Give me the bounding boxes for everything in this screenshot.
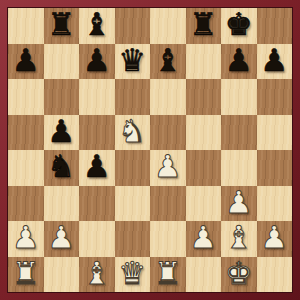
piece-white-pawn[interactable]: ♟ xyxy=(12,222,40,253)
square-b6[interactable] xyxy=(44,79,80,115)
piece-black-bishop[interactable]: ♝ xyxy=(83,9,111,40)
square-d8[interactable] xyxy=(115,8,151,44)
piece-black-pawn[interactable]: ♟ xyxy=(260,45,288,76)
square-e7[interactable]: ♝ xyxy=(150,44,186,80)
square-g7[interactable]: ♟ xyxy=(221,44,257,80)
square-d2[interactable] xyxy=(115,221,151,257)
square-e4[interactable]: ♟ xyxy=(150,150,186,186)
chess-board: ♜♝♜♚♟♟♛♝♟♟♟♞♞♟♟♟♟♟♟♝♟♜♝♛♜♚ xyxy=(8,8,292,292)
square-g5[interactable] xyxy=(221,115,257,151)
square-g4[interactable] xyxy=(221,150,257,186)
square-c4[interactable]: ♟ xyxy=(79,150,115,186)
square-h7[interactable]: ♟ xyxy=(257,44,293,80)
piece-black-bishop[interactable]: ♝ xyxy=(154,45,182,76)
square-h6[interactable] xyxy=(257,79,293,115)
piece-black-king[interactable]: ♚ xyxy=(225,9,253,40)
square-f2[interactable]: ♟ xyxy=(186,221,222,257)
piece-black-queen[interactable]: ♛ xyxy=(118,45,146,76)
square-c2[interactable] xyxy=(79,221,115,257)
square-b1[interactable] xyxy=(44,257,80,293)
square-e1[interactable]: ♜ xyxy=(150,257,186,293)
square-h4[interactable] xyxy=(257,150,293,186)
piece-black-pawn[interactable]: ♟ xyxy=(83,151,111,182)
piece-white-pawn[interactable]: ♟ xyxy=(225,187,253,218)
square-h1[interactable] xyxy=(257,257,293,293)
square-f7[interactable] xyxy=(186,44,222,80)
square-c7[interactable]: ♟ xyxy=(79,44,115,80)
square-g8[interactable]: ♚ xyxy=(221,8,257,44)
piece-black-pawn[interactable]: ♟ xyxy=(83,45,111,76)
piece-white-bishop[interactable]: ♝ xyxy=(83,258,111,289)
square-g1[interactable]: ♚ xyxy=(221,257,257,293)
square-h5[interactable] xyxy=(257,115,293,151)
square-c3[interactable] xyxy=(79,186,115,222)
square-c8[interactable]: ♝ xyxy=(79,8,115,44)
square-a2[interactable]: ♟ xyxy=(8,221,44,257)
piece-white-pawn[interactable]: ♟ xyxy=(154,151,182,182)
piece-black-pawn[interactable]: ♟ xyxy=(12,45,40,76)
square-a3[interactable] xyxy=(8,186,44,222)
square-e2[interactable] xyxy=(150,221,186,257)
square-f4[interactable] xyxy=(186,150,222,186)
piece-white-pawn[interactable]: ♟ xyxy=(260,222,288,253)
square-b7[interactable] xyxy=(44,44,80,80)
square-c6[interactable] xyxy=(79,79,115,115)
piece-black-pawn[interactable]: ♟ xyxy=(47,116,75,147)
square-d6[interactable] xyxy=(115,79,151,115)
square-f1[interactable] xyxy=(186,257,222,293)
board-frame: ♜♝♜♚♟♟♛♝♟♟♟♞♞♟♟♟♟♟♟♝♟♜♝♛♜♚ xyxy=(0,0,300,300)
piece-black-knight[interactable]: ♞ xyxy=(47,151,75,182)
piece-white-king[interactable]: ♚ xyxy=(225,258,253,289)
piece-white-rook[interactable]: ♜ xyxy=(154,258,182,289)
square-b3[interactable] xyxy=(44,186,80,222)
square-g6[interactable] xyxy=(221,79,257,115)
square-d5[interactable]: ♞ xyxy=(115,115,151,151)
square-f5[interactable] xyxy=(186,115,222,151)
square-h2[interactable]: ♟ xyxy=(257,221,293,257)
square-a4[interactable] xyxy=(8,150,44,186)
square-e6[interactable] xyxy=(150,79,186,115)
square-f6[interactable] xyxy=(186,79,222,115)
piece-white-knight[interactable]: ♞ xyxy=(118,116,146,147)
square-h8[interactable] xyxy=(257,8,293,44)
square-h3[interactable] xyxy=(257,186,293,222)
piece-white-rook[interactable]: ♜ xyxy=(12,258,40,289)
piece-white-bishop[interactable]: ♝ xyxy=(225,222,253,253)
square-a6[interactable] xyxy=(8,79,44,115)
square-e3[interactable] xyxy=(150,186,186,222)
square-g3[interactable]: ♟ xyxy=(221,186,257,222)
piece-white-pawn[interactable]: ♟ xyxy=(189,222,217,253)
square-d7[interactable]: ♛ xyxy=(115,44,151,80)
square-a5[interactable] xyxy=(8,115,44,151)
square-c5[interactable] xyxy=(79,115,115,151)
piece-black-pawn[interactable]: ♟ xyxy=(225,45,253,76)
square-b4[interactable]: ♞ xyxy=(44,150,80,186)
square-a7[interactable]: ♟ xyxy=(8,44,44,80)
square-a8[interactable] xyxy=(8,8,44,44)
square-b2[interactable]: ♟ xyxy=(44,221,80,257)
square-a1[interactable]: ♜ xyxy=(8,257,44,293)
square-e8[interactable] xyxy=(150,8,186,44)
square-b8[interactable]: ♜ xyxy=(44,8,80,44)
piece-black-rook[interactable]: ♜ xyxy=(47,9,75,40)
piece-white-queen[interactable]: ♛ xyxy=(118,258,146,289)
square-c1[interactable]: ♝ xyxy=(79,257,115,293)
square-d3[interactable] xyxy=(115,186,151,222)
square-g2[interactable]: ♝ xyxy=(221,221,257,257)
square-f8[interactable]: ♜ xyxy=(186,8,222,44)
square-e5[interactable] xyxy=(150,115,186,151)
piece-white-pawn[interactable]: ♟ xyxy=(47,222,75,253)
piece-black-rook[interactable]: ♜ xyxy=(189,9,217,40)
square-d1[interactable]: ♛ xyxy=(115,257,151,293)
square-f3[interactable] xyxy=(186,186,222,222)
square-d4[interactable] xyxy=(115,150,151,186)
square-b5[interactable]: ♟ xyxy=(44,115,80,151)
